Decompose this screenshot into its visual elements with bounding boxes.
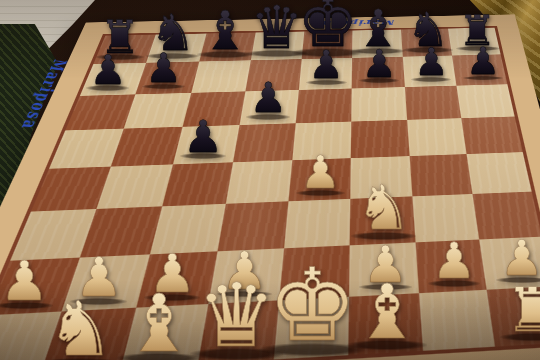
square-e3 [284, 199, 350, 248]
piece-black-bishop-c8[interactable]: ♝ [193, 5, 257, 58]
square-h4 [466, 152, 531, 194]
chess-photo-scene: Mariposa Mariposa rivieraHOTEL ♜♞♝♚♛♝♞♜♟… [0, 0, 540, 360]
piece-white-pawn-g2[interactable]: ♟ [424, 237, 484, 287]
square-h5 [461, 116, 523, 154]
square-f5 [351, 120, 409, 158]
square-d4 [225, 160, 292, 204]
piece-black-pawn-g7[interactable]: ♟ [409, 44, 455, 82]
piece-black-pawn-e7[interactable]: ♟ [303, 46, 350, 85]
piece-white-pawn-e4[interactable]: ♟ [293, 150, 348, 196]
piece-white-knight-b1[interactable]: ♞ [35, 292, 125, 360]
piece-black-pawn-b7[interactable]: ♟ [139, 49, 187, 89]
square-c7 [191, 60, 251, 92]
square-c4 [162, 162, 233, 206]
piece-black-pawn-a7[interactable]: ♟ [83, 50, 132, 91]
square-f6 [352, 87, 407, 122]
square-h6 [456, 84, 514, 118]
piece-white-bishop-c1[interactable]: ♝ [111, 284, 206, 360]
piece-black-pawn-f7[interactable]: ♟ [356, 45, 402, 83]
square-b5 [111, 127, 182, 167]
square-g5 [407, 118, 467, 156]
piece-black-pawn-c5[interactable]: ♟ [176, 115, 229, 159]
piece-white-knight-f3[interactable]: ♞ [347, 178, 421, 240]
piece-black-pawn-h7[interactable]: ♟ [461, 43, 506, 80]
piece-black-pawn-d6[interactable]: ♟ [243, 78, 293, 119]
square-e6 [296, 88, 352, 123]
square-g6 [404, 85, 461, 119]
square-d5 [233, 123, 296, 162]
piece-white-rook-h1[interactable]: ♜ [496, 280, 540, 341]
